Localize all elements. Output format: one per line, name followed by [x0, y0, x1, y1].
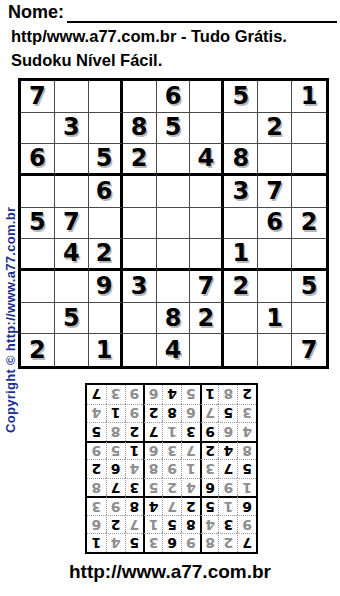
sol-r2c8: 2 [106, 515, 125, 534]
sol-r6c2: 4 [218, 441, 237, 460]
sol-r2c6: 1 [143, 515, 162, 534]
cell-r3c4: 2 [123, 144, 157, 176]
cell-r1c9: 1 [292, 81, 326, 113]
cell-r1c7: 5 [224, 81, 258, 113]
cell-r4c1[interactable] [21, 176, 55, 208]
cell-r2c1[interactable] [21, 113, 55, 145]
sol-r4c4: 4 [181, 478, 200, 497]
cell-r9c4[interactable] [123, 334, 157, 366]
cell-r4c4[interactable] [123, 176, 157, 208]
sol-r4c8: 7 [106, 478, 125, 497]
cell-r8c5: 8 [157, 303, 191, 335]
cell-r5c1: 5 [21, 208, 55, 240]
sol-r4c3: 6 [200, 478, 219, 497]
sol-r4c7: 3 [125, 478, 144, 497]
cell-r6c2: 4 [55, 239, 89, 271]
sol-r8c3: 7 [200, 404, 219, 423]
footer-url: http://www.a77.com.br [0, 561, 340, 583]
cell-r1c2[interactable] [55, 81, 89, 113]
cell-r6c7: 1 [224, 239, 258, 271]
cell-r8c7[interactable] [224, 303, 258, 335]
sol-r8c2: 5 [218, 404, 237, 423]
sol-r7c7: 2 [125, 422, 144, 441]
sol-r3c9: 3 [87, 496, 106, 515]
cell-r8c3[interactable] [89, 303, 123, 335]
sol-r6c6: 6 [143, 441, 162, 460]
cell-r4c8: 7 [258, 176, 292, 208]
cell-r3c3: 5 [89, 144, 123, 176]
cell-r3c2[interactable] [55, 144, 89, 176]
cell-r8c9[interactable] [292, 303, 326, 335]
cell-r6c8[interactable] [258, 239, 292, 271]
sol-r8c9: 4 [87, 404, 106, 423]
cell-r3c6: 4 [190, 144, 224, 176]
sol-r5c7: 4 [125, 459, 144, 478]
sol-r5c8: 6 [106, 459, 125, 478]
cell-r8c8: 1 [258, 303, 292, 335]
cell-r2c6[interactable] [190, 113, 224, 145]
sol-r9c2: 8 [218, 385, 237, 404]
cell-r6c5[interactable] [157, 239, 191, 271]
sol-r8c4: 6 [181, 404, 200, 423]
sol-r6c1: 8 [237, 441, 256, 460]
sol-r5c5: 9 [162, 459, 181, 478]
site-tagline: http/www.a77.com.br - Tudo Grátis. [11, 27, 287, 46]
sol-r3c3: 5 [200, 496, 219, 515]
sol-r3c8: 9 [106, 496, 125, 515]
sol-r8c1: 3 [237, 404, 256, 423]
sol-r7c4: 3 [181, 422, 200, 441]
cell-r1c3[interactable] [89, 81, 123, 113]
sol-r7c1: 4 [237, 422, 256, 441]
sol-r9c5: 4 [162, 385, 181, 404]
cell-r1c8[interactable] [258, 81, 292, 113]
sol-r9c6: 6 [143, 385, 162, 404]
cell-r5c8: 6 [258, 208, 292, 240]
sudoku-solution-grid-rotated: 7289635419348517266152748931964253785731… [85, 383, 258, 554]
cell-r7c3: 9 [89, 271, 123, 303]
sol-r7c5: 1 [162, 422, 181, 441]
cell-r1c6[interactable] [190, 81, 224, 113]
cell-r5c2: 7 [55, 208, 89, 240]
cell-r2c2: 3 [55, 113, 89, 145]
sol-r3c1: 6 [237, 496, 256, 515]
cell-r2c5: 5 [157, 113, 191, 145]
sol-r1c5: 6 [162, 533, 181, 552]
cell-r4c5[interactable] [157, 176, 191, 208]
cell-r3c9[interactable] [292, 144, 326, 176]
sol-r7c6: 7 [143, 422, 162, 441]
cell-r2c3[interactable] [89, 113, 123, 145]
cell-r2c4: 8 [123, 113, 157, 145]
sol-r2c1: 9 [237, 515, 256, 534]
sol-r9c1: 2 [237, 385, 256, 404]
cell-r6c9[interactable] [292, 239, 326, 271]
sol-r2c4: 8 [181, 515, 200, 534]
cell-r9c8[interactable] [258, 334, 292, 366]
cell-r7c2[interactable] [55, 271, 89, 303]
sol-r1c3: 8 [200, 533, 219, 552]
cell-r9c6[interactable] [190, 334, 224, 366]
sol-r1c7: 5 [125, 533, 144, 552]
sol-r2c5: 5 [162, 515, 181, 534]
cell-r7c4: 3 [123, 271, 157, 303]
page-title: Sudoku Nível Fácil. [11, 51, 162, 70]
cell-r7c8[interactable] [258, 271, 292, 303]
cell-r7c9: 5 [292, 271, 326, 303]
cell-r1c5: 6 [157, 81, 191, 113]
cell-r6c1[interactable] [21, 239, 55, 271]
cell-r3c1: 6 [21, 144, 55, 176]
cell-r3c8[interactable] [258, 144, 292, 176]
sol-r6c8: 5 [106, 441, 125, 460]
sol-r6c3: 2 [200, 441, 219, 460]
cell-r4c9[interactable] [292, 176, 326, 208]
cell-r9c7[interactable] [224, 334, 258, 366]
sol-r1c4: 9 [181, 533, 200, 552]
sol-r4c1: 1 [237, 478, 256, 497]
sudoku-puzzle-grid: 765138526524863757624219372558212147 [18, 78, 329, 369]
cell-r9c5: 4 [157, 334, 191, 366]
cell-r5c4[interactable] [123, 208, 157, 240]
cell-r5c9: 2 [292, 208, 326, 240]
sol-r8c8: 1 [106, 404, 125, 423]
cell-r3c5[interactable] [157, 144, 191, 176]
cell-r8c4[interactable] [123, 303, 157, 335]
cell-r9c1: 2 [21, 334, 55, 366]
cell-r5c6[interactable] [190, 208, 224, 240]
cell-r4c2[interactable] [55, 176, 89, 208]
cell-r5c7[interactable] [224, 208, 258, 240]
cell-r8c2: 5 [55, 303, 89, 335]
name-label: Nome: [8, 2, 64, 23]
sol-r8c7: 9 [125, 404, 144, 423]
sol-r7c9: 5 [87, 422, 106, 441]
cell-r7c1[interactable] [21, 271, 55, 303]
cell-r7c7: 2 [224, 271, 258, 303]
cell-r1c1: 7 [21, 81, 55, 113]
name-row: Nome: [8, 2, 338, 23]
sudoku-worksheet-page: Nome: http/www.a77.com.br - Tudo Grátis.… [0, 0, 340, 596]
cell-r7c5[interactable] [157, 271, 191, 303]
cell-r8c1[interactable] [21, 303, 55, 335]
sol-r5c2: 7 [218, 459, 237, 478]
cell-r5c3[interactable] [89, 208, 123, 240]
name-blank-line [67, 3, 337, 23]
sol-r9c7: 9 [125, 385, 144, 404]
sol-r9c8: 3 [106, 385, 125, 404]
sol-r6c7: 1 [125, 441, 144, 460]
sol-r7c3: 9 [200, 422, 219, 441]
sol-r9c3: 1 [200, 385, 219, 404]
sol-r5c6: 8 [143, 459, 162, 478]
sol-r5c4: 1 [181, 459, 200, 478]
sol-r1c6: 3 [143, 533, 162, 552]
sol-r1c2: 2 [218, 533, 237, 552]
sol-r4c6: 5 [143, 478, 162, 497]
cell-r4c6[interactable] [190, 176, 224, 208]
sol-r5c9: 2 [87, 459, 106, 478]
sol-r9c9: 7 [87, 385, 106, 404]
cell-r5c5[interactable] [157, 208, 191, 240]
sol-r4c9: 8 [87, 478, 106, 497]
sol-r6c4: 7 [181, 441, 200, 460]
cell-r2c9[interactable] [292, 113, 326, 145]
sol-r7c8: 8 [106, 422, 125, 441]
cell-r9c9: 7 [292, 334, 326, 366]
sol-r3c6: 4 [143, 496, 162, 515]
sol-r6c9: 9 [87, 441, 106, 460]
copyright-vertical-text: Copyright © http://www.a77.com.br [3, 207, 18, 433]
sol-r3c5: 7 [162, 496, 181, 515]
cell-r7c6: 7 [190, 271, 224, 303]
cell-r6c6[interactable] [190, 239, 224, 271]
cell-r9c3: 1 [89, 334, 123, 366]
sol-r1c8: 4 [106, 533, 125, 552]
cell-r1c4[interactable] [123, 81, 157, 113]
sol-r8c6: 2 [143, 404, 162, 423]
sol-r7c2: 6 [218, 422, 237, 441]
sol-r5c3: 3 [200, 459, 219, 478]
sol-r9c4: 5 [181, 385, 200, 404]
sol-r2c2: 3 [218, 515, 237, 534]
sol-r3c4: 2 [181, 496, 200, 515]
cell-r4c3: 6 [89, 176, 123, 208]
sol-r1c9: 1 [87, 533, 106, 552]
sol-r4c5: 2 [162, 478, 181, 497]
cell-r4c7: 3 [224, 176, 258, 208]
sol-r3c7: 8 [125, 496, 144, 515]
cell-r6c4[interactable] [123, 239, 157, 271]
sol-r2c3: 4 [200, 515, 219, 534]
sol-r8c5: 8 [162, 404, 181, 423]
sol-r2c9: 6 [87, 515, 106, 534]
sol-r2c7: 7 [125, 515, 144, 534]
sol-r4c2: 9 [218, 478, 237, 497]
sol-r5c1: 5 [237, 459, 256, 478]
cell-r3c7: 8 [224, 144, 258, 176]
sol-r6c5: 3 [162, 441, 181, 460]
cell-r6c3: 2 [89, 239, 123, 271]
sol-r3c2: 1 [218, 496, 237, 515]
cell-r2c8: 2 [258, 113, 292, 145]
cell-r8c6: 2 [190, 303, 224, 335]
sol-r1c1: 7 [237, 533, 256, 552]
cell-r9c2[interactable] [55, 334, 89, 366]
cell-r2c7[interactable] [224, 113, 258, 145]
